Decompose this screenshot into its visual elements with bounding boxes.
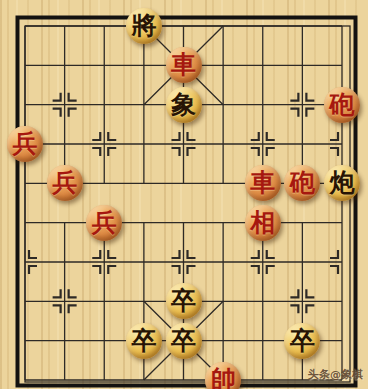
piece-glyph: 砲	[330, 87, 355, 123]
piece-glyph: 兵	[92, 205, 117, 241]
pieces-layer: 將車象砲兵兵車砲炮兵相卒卒卒卒帥	[5, 6, 362, 389]
piece-black-general[interactable]: 將	[126, 8, 162, 44]
piece-black-soldier[interactable]: 卒	[166, 283, 202, 319]
piece-glyph: 相	[250, 205, 275, 241]
piece-red-soldier[interactable]: 兵	[7, 126, 43, 162]
piece-black-soldier[interactable]: 卒	[126, 323, 162, 359]
piece-glyph: 兵	[13, 126, 38, 162]
piece-red-elephant[interactable]: 相	[245, 205, 281, 241]
piece-glyph: 帥	[211, 362, 236, 389]
piece-red-general[interactable]: 帥	[205, 362, 241, 389]
piece-glyph: 兵	[52, 165, 77, 201]
piece-glyph: 將	[131, 8, 156, 44]
screenshot-root: 將車象砲兵兵車砲炮兵相卒卒卒卒帥 头条@象棋	[0, 0, 368, 389]
piece-black-cannon[interactable]: 炮	[324, 165, 360, 201]
piece-red-chariot[interactable]: 車	[245, 165, 281, 201]
xiangqi-board[interactable]: 將車象砲兵兵車砲炮兵相卒卒卒卒帥 头条@象棋	[0, 0, 368, 389]
piece-red-cannon[interactable]: 砲	[284, 165, 320, 201]
piece-black-soldier[interactable]: 卒	[284, 323, 320, 359]
piece-glyph: 卒	[290, 323, 315, 359]
piece-black-elephant[interactable]: 象	[166, 87, 202, 123]
piece-glyph: 卒	[171, 283, 196, 319]
piece-glyph: 車	[171, 47, 196, 83]
piece-glyph: 車	[250, 165, 275, 201]
piece-black-soldier[interactable]: 卒	[166, 323, 202, 359]
piece-red-cannon[interactable]: 砲	[324, 87, 360, 123]
piece-red-chariot[interactable]: 車	[166, 47, 202, 83]
piece-glyph: 砲	[290, 165, 315, 201]
piece-glyph: 卒	[171, 323, 196, 359]
piece-red-soldier[interactable]: 兵	[47, 165, 83, 201]
piece-glyph: 卒	[131, 323, 156, 359]
watermark: 头条@象棋	[308, 367, 363, 382]
piece-glyph: 炮	[330, 165, 355, 201]
piece-red-soldier[interactable]: 兵	[86, 205, 122, 241]
piece-glyph: 象	[171, 87, 196, 123]
